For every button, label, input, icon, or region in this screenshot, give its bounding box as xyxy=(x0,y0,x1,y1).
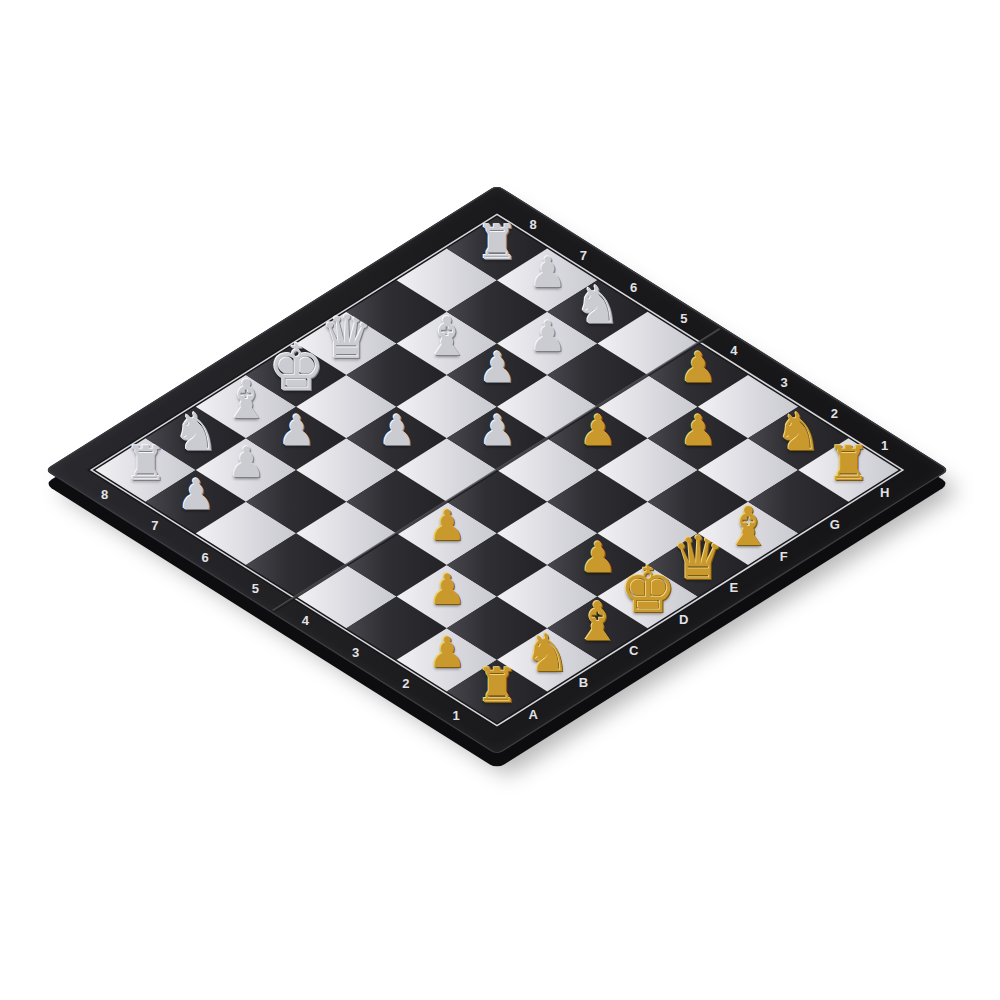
silver-knight: ♞ xyxy=(574,279,621,331)
gold-pawn: ♟ xyxy=(428,569,466,611)
rank-label-left-4: 4 xyxy=(302,613,309,628)
file-label-e: E xyxy=(729,580,738,595)
file-label-a: A xyxy=(528,707,537,722)
rank-label-right-5: 5 xyxy=(680,311,687,326)
rank-label-right-8: 8 xyxy=(530,217,537,232)
silver-pawn: ♟ xyxy=(528,252,566,294)
chess-board-frame: ♜♞♝♚♛♜♟♟♟♝♟♟♟♟♞♟♟♟♟♟♟♟♟♞♜♞♝♚♛♝♜ A11B22C3… xyxy=(44,185,949,755)
file-label-g: G xyxy=(829,517,839,532)
product-photo-scene: ♜♞♝♚♛♜♟♟♟♝♟♟♟♟♞♟♟♟♟♟♟♟♟♞♜♞♝♚♛♝♜ A11B22C3… xyxy=(0,0,1000,1000)
file-label-d: D xyxy=(679,612,688,627)
silver-pawn: ♟ xyxy=(177,474,215,516)
file-label-b: B xyxy=(578,675,587,690)
gold-pawn: ♟ xyxy=(679,410,717,452)
rank-label-right-6: 6 xyxy=(630,280,637,295)
silver-pawn: ♟ xyxy=(478,347,516,389)
silver-rook: ♜ xyxy=(475,218,518,266)
silver-pawn: ♟ xyxy=(478,410,516,452)
rank-label-left-3: 3 xyxy=(352,645,359,660)
gold-knight: ♞ xyxy=(775,405,822,457)
rank-label-right-4: 4 xyxy=(730,343,737,358)
rank-label-right-2: 2 xyxy=(831,406,838,421)
rank-label-right-1: 1 xyxy=(881,438,888,453)
silver-pawn: ♟ xyxy=(378,410,416,452)
file-label-c: C xyxy=(629,643,638,658)
rank-label-left-6: 6 xyxy=(201,550,208,565)
file-label-h: H xyxy=(880,485,889,500)
silver-pawn: ♟ xyxy=(277,410,315,452)
silver-pawn: ♟ xyxy=(227,442,265,484)
gold-pawn: ♟ xyxy=(579,537,617,579)
rank-label-left-8: 8 xyxy=(101,487,108,502)
rank-label-right-7: 7 xyxy=(580,248,587,263)
rank-label-right-3: 3 xyxy=(781,375,788,390)
gold-pawn: ♟ xyxy=(428,632,466,674)
rank-label-left-5: 5 xyxy=(252,581,259,596)
rank-label-left-2: 2 xyxy=(402,676,409,691)
rank-label-left-7: 7 xyxy=(151,518,158,533)
file-label-f: F xyxy=(779,549,787,564)
gold-rook: ♜ xyxy=(827,439,870,487)
silver-pawn: ♟ xyxy=(528,315,566,357)
rank-label-left-1: 1 xyxy=(452,708,459,723)
board-perspective-wrapper: ♜♞♝♚♛♜♟♟♟♝♟♟♟♟♞♟♟♟♟♟♟♟♟♞♜♞♝♚♛♝♜ A11B22C3… xyxy=(177,268,817,671)
